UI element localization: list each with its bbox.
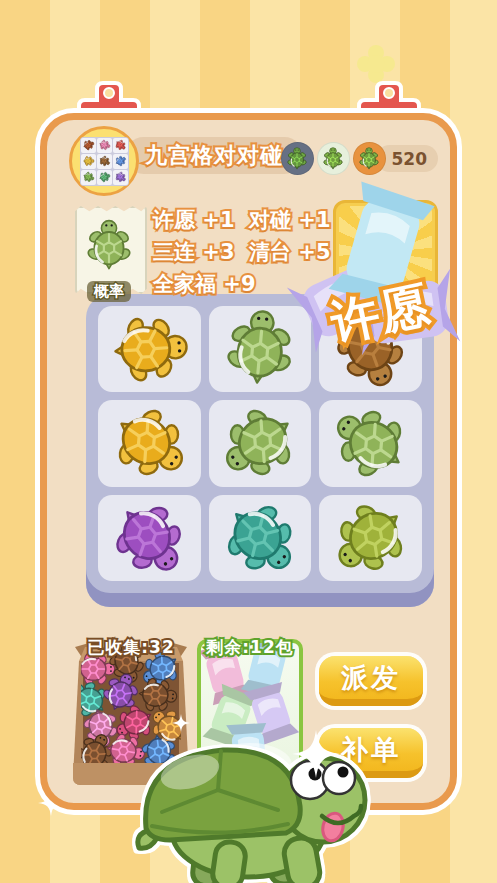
logo-mini-grid [80,137,129,186]
flower-decoration [356,44,396,84]
turtle-avatar-light-icon[interactable] [317,142,350,175]
game-logo-badge [69,126,139,196]
dispatch-button[interactable]: 派发 [319,656,423,706]
turtle-avatar-dark-icon[interactable] [281,142,314,175]
sparkle-icon-large [292,730,340,782]
probability-package[interactable]: 概率 [71,204,147,300]
logo-mini-turtle [113,138,128,153]
grid-cell-r2-c3-green-turtle[interactable] [319,400,422,486]
logo-mini-turtle [97,154,112,169]
logo-mini-turtle [97,138,112,153]
logo-mini-turtle [97,170,112,185]
game-screen: 九宫格对对碰 520 概率 许愿 +1 对碰 +1 三连 +3 清台 +5 全家… [0,0,497,883]
remaining-label: 剩余:12包 [206,636,293,659]
collected-label: 已收集:32 [87,636,174,659]
grid-cell-r3-c2-teal-turtle[interactable] [209,495,312,581]
rule-wish: 许愿 +1 [153,206,249,234]
turtle-avatar-orange-icon[interactable] [353,142,386,175]
page-title-text: 九宫格对对碰 [145,141,283,171]
grid-cell-r3-c3-olive-turtle[interactable] [319,495,422,581]
coin-count: 520 [392,149,428,169]
grid-cell-r1-c1-yellow-turtle[interactable] [98,306,201,392]
grid-cell-r2-c2-green-turtle[interactable] [209,400,312,486]
logo-mini-turtle [81,170,96,185]
logo-mini-turtle [113,170,128,185]
logo-mini-turtle [81,138,96,153]
grid-cell-r2-c1-yellow-turtle[interactable] [98,400,201,486]
page-title: 九宫格对对碰 [125,137,303,174]
rule-triple: 三连 +3 [153,238,249,266]
sparkle-icon-small [172,714,190,736]
logo-mini-turtle [113,154,128,169]
rule-pair: 对碰 +1 [249,206,345,234]
main-card: 九宫格对对碰 520 概率 许愿 +1 对碰 +1 三连 +3 清台 +5 全家… [40,113,457,810]
grid-cell-r3-c1-purple-turtle[interactable] [98,495,201,581]
header-icon-row: 520 [278,142,439,175]
logo-mini-turtle [81,154,96,169]
package-turtle-icon [82,218,136,278]
mascot-turtle [118,728,388,883]
probability-label: 概率 [87,281,131,302]
